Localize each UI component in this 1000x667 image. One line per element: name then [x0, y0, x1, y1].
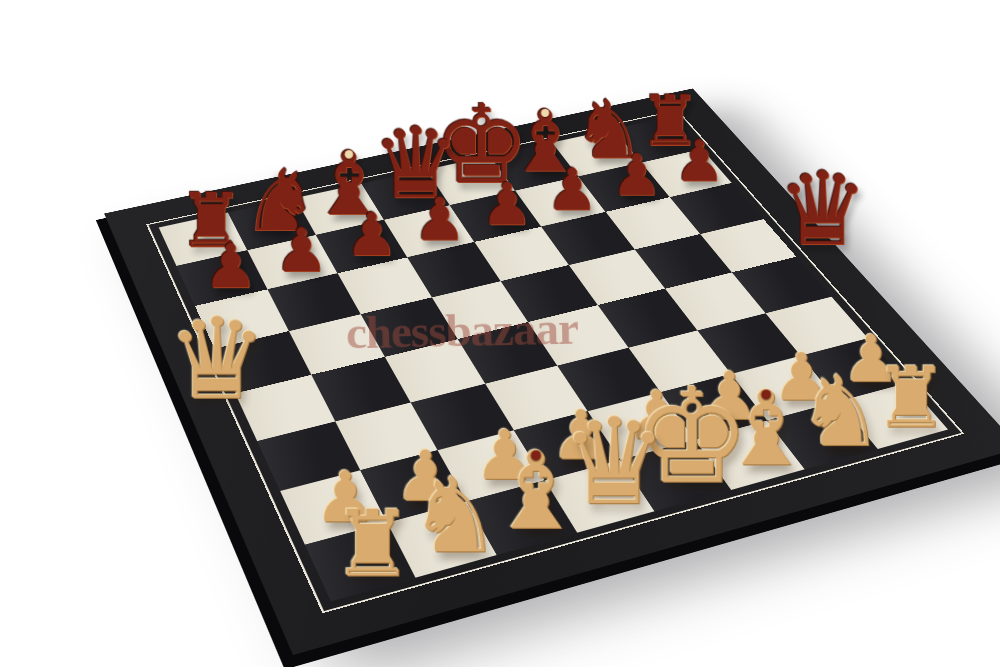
piece-red-pawn: ♟ [611, 149, 662, 203]
piece-white-rook: ♜ [331, 501, 413, 588]
piece-white-queen: ♛ [167, 307, 268, 414]
spare-white-queen-slot: ♛ [171, 371, 249, 423]
photo-scene: ♜♞♝♛♚♝♞♜♟♟♟♟♟♟♟♟♟♟♟♟♟♟♟♟♜♞♝♛♚♝♞♜ ♛ ♛ [0, 0, 1000, 667]
piece-red-pawn: ♟ [546, 163, 598, 218]
piece-red-pawn: ♟ [413, 192, 466, 248]
bishop-finial-icon [345, 150, 353, 158]
piece-red-pawn: ♟ [674, 135, 725, 189]
piece-red-pawn: ♟ [275, 222, 329, 279]
chess-board: ♜♞♝♛♚♝♞♜♟♟♟♟♟♟♟♟♟♟♟♟♟♟♟♟♜♞♝♛♚♝♞♜ ♛ ♛ [104, 88, 1000, 655]
piece-red-pawn: ♟ [345, 207, 399, 264]
piece-red-pawn: ♟ [203, 238, 258, 296]
piece-white-bishop: ♝ [488, 440, 584, 542]
square-g4 [665, 272, 765, 330]
piece-red-queen: ♛ [777, 162, 868, 259]
piece-white-knight: ♞ [408, 465, 501, 564]
bishop-finial-icon [761, 389, 771, 399]
bishop-finial-icon [531, 450, 541, 460]
bishop-finial-icon [541, 109, 549, 117]
piece-red-pawn: ♟ [481, 177, 533, 233]
piece-white-rook: ♜ [874, 358, 949, 438]
